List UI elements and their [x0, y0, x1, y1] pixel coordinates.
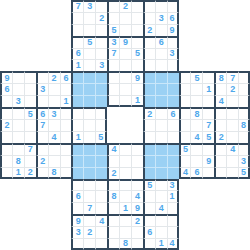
cell-r13c10[interactable] [119, 155, 131, 167]
cell-r14c9-given[interactable]: 2 [107, 167, 119, 179]
cell-r7c16[interactable] [190, 83, 202, 95]
cell-r5c13[interactable] [155, 59, 167, 71]
cell-r12c10[interactable] [119, 143, 131, 155]
cell-r8c8[interactable] [95, 95, 107, 107]
cell-r11c17-given[interactable]: 5 [202, 131, 214, 143]
cell-r6c15[interactable] [179, 71, 191, 83]
cell-r4c7[interactable] [83, 48, 95, 60]
cell-r9c5[interactable] [60, 107, 72, 119]
cell-r15c13[interactable] [155, 179, 167, 191]
cell-r11c0[interactable] [0, 131, 12, 143]
cell-r6c17[interactable] [202, 71, 214, 83]
cell-r2c7[interactable] [83, 24, 95, 36]
cell-r7c8[interactable] [95, 83, 107, 95]
cell-r15c9[interactable] [107, 179, 119, 191]
cell-r7c3-given[interactable]: 3 [36, 83, 48, 95]
page: 7322365295396675313926958763123114563268… [0, 0, 250, 250]
cell-r20c8[interactable] [95, 238, 107, 250]
cell-r9c12-given[interactable]: 2 [143, 107, 155, 119]
cell-r5c12[interactable] [143, 59, 155, 71]
cell-r11c16-given[interactable]: 4 [190, 131, 202, 143]
cell-r12c5[interactable] [60, 143, 72, 155]
cell-r16c13[interactable] [155, 190, 167, 202]
cell-r8c20[interactable] [238, 95, 250, 107]
cell-r11c7[interactable] [83, 131, 95, 143]
cell-r11c20[interactable] [238, 131, 250, 143]
cell-r17c13-given[interactable]: 4 [155, 202, 167, 214]
cell-r4c8[interactable] [95, 48, 107, 60]
cell-r8c18-given[interactable]: 4 [214, 95, 226, 107]
cell-r19c13[interactable] [155, 226, 167, 238]
cell-r7c15[interactable] [179, 83, 191, 95]
cell-r3c14[interactable] [167, 36, 179, 48]
cell-r8c1-given[interactable]: 3 [12, 95, 24, 107]
cell-r6c16-given[interactable]: 5 [190, 71, 202, 83]
cell-r1c13-given[interactable]: 3 [155, 12, 167, 24]
cell-r9c15[interactable] [179, 107, 191, 119]
cell-r15c8[interactable] [95, 179, 107, 191]
cell-r11c1[interactable] [12, 131, 24, 143]
cell-r9c1[interactable] [12, 107, 24, 119]
cell-r12c0[interactable] [0, 143, 12, 155]
cell-r18c13[interactable] [155, 214, 167, 226]
cell-r1c6[interactable] [71, 12, 83, 24]
cell-r20c12[interactable] [143, 238, 155, 250]
cell-r1c14-given[interactable]: 6 [167, 12, 179, 24]
cell-r18c9[interactable] [107, 214, 119, 226]
cell-r15c7[interactable] [83, 179, 95, 191]
cell-r7c13[interactable] [155, 83, 167, 95]
cell-r2c8[interactable] [95, 24, 107, 36]
cell-r20c9[interactable] [107, 238, 119, 250]
cell-r6c20[interactable] [238, 71, 250, 83]
cell-r8c19[interactable] [226, 95, 238, 107]
cell-r7c14[interactable] [167, 83, 179, 95]
cell-r12c14[interactable] [167, 143, 179, 155]
cell-r17c12[interactable] [143, 202, 155, 214]
cell-r0c13[interactable] [155, 0, 167, 12]
cell-r9c16-given[interactable]: 8 [190, 107, 202, 119]
cell-r14c16-given[interactable]: 6 [190, 167, 202, 179]
cell-r9c3-given[interactable]: 6 [36, 107, 48, 119]
cell-r3c13-given[interactable]: 6 [155, 36, 167, 48]
cell-r0c7-given[interactable]: 3 [83, 0, 95, 12]
cell-r20c11[interactable] [131, 238, 143, 250]
cell-r12c11[interactable] [131, 143, 143, 155]
cell-r14c12[interactable] [143, 167, 155, 179]
cell-r17c7-given[interactable]: 7 [83, 202, 95, 214]
cell-r11c14[interactable] [167, 131, 179, 143]
cell-r8c14[interactable] [167, 95, 179, 107]
cell-r8c7[interactable] [83, 95, 95, 107]
cell-r7c19-given[interactable]: 2 [226, 83, 238, 95]
cell-r14c10[interactable] [119, 167, 131, 179]
cell-r9c2-given[interactable]: 5 [24, 107, 36, 119]
cell-r13c4[interactable] [48, 155, 60, 167]
cell-r2c12-given[interactable]: 2 [143, 24, 155, 36]
cell-r13c2[interactable] [24, 155, 36, 167]
cell-r12c6[interactable] [71, 143, 83, 155]
cell-r7c12[interactable] [143, 83, 155, 95]
cell-r6c12[interactable] [143, 71, 155, 83]
cell-r0c10-given[interactable]: 2 [119, 0, 131, 12]
cell-r13c15[interactable] [179, 155, 191, 167]
cell-r16c12[interactable] [143, 190, 155, 202]
cell-r4c14-given[interactable]: 3 [167, 48, 179, 60]
cell-r11c2[interactable] [24, 131, 36, 143]
cell-r13c0[interactable] [0, 155, 12, 167]
cell-r11c13[interactable] [155, 131, 167, 143]
cell-r8c2[interactable] [24, 95, 36, 107]
cell-r14c11[interactable] [131, 167, 143, 179]
cell-r14c17[interactable] [202, 167, 214, 179]
cell-r1c10[interactable] [119, 12, 131, 24]
sudoku-board: 7322365295396675313926958763123114563268… [0, 0, 250, 250]
cell-r14c2-given[interactable]: 2 [24, 167, 36, 179]
cell-r10c2[interactable] [24, 119, 36, 131]
cell-r18c6-given[interactable]: 9 [71, 214, 83, 226]
cell-r20c7[interactable] [83, 238, 95, 250]
cell-r8c5-given[interactable]: 1 [60, 95, 72, 107]
cell-r4c11-given[interactable]: 5 [131, 48, 143, 60]
cell-r17c11-given[interactable]: 9 [131, 202, 143, 214]
cell-r7c18[interactable] [214, 83, 226, 95]
cell-r2c10[interactable] [119, 24, 131, 36]
cell-r1c9[interactable] [107, 12, 119, 24]
cell-r7c20[interactable] [238, 83, 250, 95]
cell-r13c17-given[interactable]: 9 [202, 155, 214, 167]
cell-r13c1-given[interactable]: 8 [12, 155, 24, 167]
cell-r5c6-given[interactable]: 1 [71, 59, 83, 71]
cell-r6c10[interactable] [119, 71, 131, 83]
cell-r15c10[interactable] [119, 179, 131, 191]
cell-r7c4[interactable] [48, 83, 60, 95]
cell-r20c10-given[interactable]: 8 [119, 238, 131, 250]
cell-r19c10[interactable] [119, 226, 131, 238]
cell-r12c13[interactable] [155, 143, 167, 155]
cell-r7c5[interactable] [60, 83, 72, 95]
cell-r0c11[interactable] [131, 0, 143, 12]
cell-r4c10[interactable] [119, 48, 131, 60]
cell-r7c0-given[interactable]: 6 [0, 83, 12, 95]
cell-r7c17-given[interactable]: 1 [202, 83, 214, 95]
cell-r19c6-given[interactable]: 3 [71, 226, 83, 238]
cell-r2c11[interactable] [131, 24, 143, 36]
cell-r19c12-given[interactable]: 6 [143, 226, 155, 238]
cell-r11c3[interactable] [36, 131, 48, 143]
cell-r14c14[interactable] [167, 167, 179, 179]
cell-r6c5-given[interactable]: 6 [60, 71, 72, 83]
cell-r18c12[interactable] [143, 214, 155, 226]
cell-r9c18[interactable] [214, 107, 226, 119]
cell-r14c15-given[interactable]: 4 [179, 167, 191, 179]
cell-r13c5[interactable] [60, 155, 72, 167]
cell-r10c14[interactable] [167, 119, 179, 131]
cell-r9c8[interactable] [95, 107, 107, 119]
cell-r17c9[interactable] [107, 202, 119, 214]
cell-r2c14-given[interactable]: 9 [167, 24, 179, 36]
cell-r20c14-given[interactable]: 4 [167, 238, 179, 250]
cell-r9c4-given[interactable]: 3 [48, 107, 60, 119]
cell-r16c9-given[interactable]: 8 [107, 190, 119, 202]
cell-r2c6[interactable] [71, 24, 83, 36]
cell-r14c13[interactable] [155, 167, 167, 179]
cell-r16c6-given[interactable]: 6 [71, 190, 83, 202]
cell-r18c14[interactable] [167, 214, 179, 226]
cell-r13c11[interactable] [131, 155, 143, 167]
cell-r14c18[interactable] [214, 167, 226, 179]
cell-r4c9-given[interactable]: 7 [107, 48, 119, 60]
cell-r12c2-given[interactable]: 7 [24, 143, 36, 155]
cell-r10c0-given[interactable]: 2 [0, 119, 12, 131]
cell-r13c12[interactable] [143, 155, 155, 167]
cell-r12c4[interactable] [48, 143, 60, 155]
cell-r10c12[interactable] [143, 119, 155, 131]
cell-r12c19-given[interactable]: 4 [226, 143, 238, 155]
cell-r10c16[interactable] [190, 119, 202, 131]
cell-r11c19[interactable] [226, 131, 238, 143]
cell-r10c8[interactable] [95, 119, 107, 131]
cell-r13c14[interactable] [167, 155, 179, 167]
cell-r19c7-given[interactable]: 2 [83, 226, 95, 238]
cell-r6c4-given[interactable]: 2 [48, 71, 60, 83]
cell-r16c8[interactable] [95, 190, 107, 202]
cell-r7c9[interactable] [107, 83, 119, 95]
cell-r7c6[interactable] [71, 83, 83, 95]
cell-r10c17-given[interactable]: 7 [202, 119, 214, 131]
cell-r0c12[interactable] [143, 0, 155, 12]
cell-r16c14-given[interactable]: 1 [167, 190, 179, 202]
cell-r4c13[interactable] [155, 48, 167, 60]
cell-r12c9-given[interactable]: 4 [107, 143, 119, 155]
cell-r5c14[interactable] [167, 59, 179, 71]
cell-r12c7[interactable] [83, 143, 95, 155]
cell-r18c11-given[interactable]: 2 [131, 214, 143, 226]
cell-r14c8[interactable] [95, 167, 107, 179]
cell-r5c11[interactable] [131, 59, 143, 71]
cell-r12c15-given[interactable]: 5 [179, 143, 191, 155]
cell-r0c6-given[interactable]: 7 [71, 0, 83, 12]
cell-r1c8-given[interactable]: 2 [95, 12, 107, 24]
cell-r19c14[interactable] [167, 226, 179, 238]
cell-r3c9-given[interactable]: 3 [107, 36, 119, 48]
cell-r7c11[interactable] [131, 83, 143, 95]
cell-r14c5[interactable] [60, 167, 72, 179]
cell-r10c7[interactable] [83, 119, 95, 131]
cell-r17c10-given[interactable]: 1 [119, 202, 131, 214]
cell-r16c10[interactable] [119, 190, 131, 202]
cell-r19c11[interactable] [131, 226, 143, 238]
cell-r12c20[interactable] [238, 143, 250, 155]
cell-r8c9[interactable] [107, 95, 119, 107]
cell-r10c6[interactable] [71, 119, 83, 131]
cell-r6c9[interactable] [107, 71, 119, 83]
cell-r19c8[interactable] [95, 226, 107, 238]
cell-r12c16[interactable] [190, 143, 202, 155]
cell-r0c8[interactable] [95, 0, 107, 12]
cell-r15c12-given[interactable]: 5 [143, 179, 155, 191]
cell-r14c7[interactable] [83, 167, 95, 179]
cell-r17c6[interactable] [71, 202, 83, 214]
cell-r9c0[interactable] [0, 107, 12, 119]
cell-r2c13[interactable] [155, 24, 167, 36]
cell-r6c18-given[interactable]: 8 [214, 71, 226, 83]
cell-r18c10[interactable] [119, 214, 131, 226]
cell-r6c8[interactable] [95, 71, 107, 83]
cell-r13c3-given[interactable]: 2 [36, 155, 48, 167]
cell-r8c3[interactable] [36, 95, 48, 107]
cell-r20c6[interactable] [71, 238, 83, 250]
cell-r6c19-given[interactable]: 7 [226, 71, 238, 83]
cell-r5c10[interactable] [119, 59, 131, 71]
cell-r7c7[interactable] [83, 83, 95, 95]
cell-r18c7[interactable] [83, 214, 95, 226]
cell-r7c2[interactable] [24, 83, 36, 95]
cell-r14c4-given[interactable]: 8 [48, 167, 60, 179]
cell-r6c7[interactable] [83, 71, 95, 83]
cell-r8c17[interactable] [202, 95, 214, 107]
cell-r6c3[interactable] [36, 71, 48, 83]
cell-r13c16[interactable] [190, 155, 202, 167]
cell-r8c15[interactable] [179, 95, 191, 107]
cell-r3c6[interactable] [71, 36, 83, 48]
cell-r8c6[interactable] [71, 95, 83, 107]
cell-r20c13-given[interactable]: 1 [155, 238, 167, 250]
cell-r8c4[interactable] [48, 95, 60, 107]
cell-r11c18-given[interactable]: 2 [214, 131, 226, 143]
cell-r14c6[interactable] [71, 167, 83, 179]
cell-r6c13[interactable] [155, 71, 167, 83]
cell-r3c10-given[interactable]: 9 [119, 36, 131, 48]
cell-r10c15[interactable] [179, 119, 191, 131]
cell-r8c11-given[interactable]: 1 [131, 95, 143, 107]
cell-r9c14-given[interactable]: 6 [167, 107, 179, 119]
cell-r15c6[interactable] [71, 179, 83, 191]
cell-r10c19[interactable] [226, 119, 238, 131]
cell-r1c7[interactable] [83, 12, 95, 24]
cell-r10c20-given[interactable]: 8 [238, 119, 250, 131]
cell-r6c2[interactable] [24, 71, 36, 83]
cell-r9c13[interactable] [155, 107, 167, 119]
cell-r13c7[interactable] [83, 155, 95, 167]
cell-r12c17[interactable] [202, 143, 214, 155]
cell-r13c8[interactable] [95, 155, 107, 167]
cell-r9c7[interactable] [83, 107, 95, 119]
cell-r17c14[interactable] [167, 202, 179, 214]
cell-r7c1[interactable] [12, 83, 24, 95]
cell-r16c11-given[interactable]: 4 [131, 190, 143, 202]
cell-r16c7[interactable] [83, 190, 95, 202]
cell-r5c7[interactable] [83, 59, 95, 71]
cell-r7c10[interactable] [119, 83, 131, 95]
cell-r14c19[interactable] [226, 167, 238, 179]
cell-r19c9[interactable] [107, 226, 119, 238]
cell-r11c4-given[interactable]: 4 [48, 131, 60, 143]
cell-r3c7-given[interactable]: 5 [83, 36, 95, 48]
cell-r6c1[interactable] [12, 71, 24, 83]
cell-r11c15[interactable] [179, 131, 191, 143]
cell-r5c9[interactable] [107, 59, 119, 71]
cell-r10c4[interactable] [48, 119, 60, 131]
cell-r13c13[interactable] [155, 155, 167, 167]
cell-r13c19[interactable] [226, 155, 238, 167]
cell-r8c16[interactable] [190, 95, 202, 107]
cell-r6c0-given[interactable]: 9 [0, 71, 12, 83]
cell-r3c12[interactable] [143, 36, 155, 48]
cell-r8c12[interactable] [143, 95, 155, 107]
cell-r8c13[interactable] [155, 95, 167, 107]
cell-r11c6-given[interactable]: 1 [71, 131, 83, 143]
cell-r18c8-given[interactable]: 4 [95, 214, 107, 226]
cell-r11c5[interactable] [60, 131, 72, 143]
cell-r14c3[interactable] [36, 167, 48, 179]
cell-r3c8[interactable] [95, 36, 107, 48]
cell-r10c1[interactable] [12, 119, 24, 131]
cell-r15c11[interactable] [131, 179, 143, 191]
cell-r14c0[interactable] [0, 167, 12, 179]
cell-r0c14[interactable] [167, 0, 179, 12]
cell-r9c19[interactable] [226, 107, 238, 119]
cell-r6c14[interactable] [167, 71, 179, 83]
cell-r8c10[interactable] [119, 95, 131, 107]
cell-r4c12[interactable] [143, 48, 155, 60]
cell-r13c18[interactable] [214, 155, 226, 167]
cell-r9c17[interactable] [202, 107, 214, 119]
cell-r2c9-given[interactable]: 5 [107, 24, 119, 36]
cell-r4c6-given[interactable]: 6 [71, 48, 83, 60]
cell-r12c3[interactable] [36, 143, 48, 155]
cell-r17c8[interactable] [95, 202, 107, 214]
cell-r10c13[interactable] [155, 119, 167, 131]
cell-r6c6[interactable] [71, 71, 83, 83]
cell-r14c1-given[interactable]: 1 [12, 167, 24, 179]
cell-r13c20-given[interactable]: 3 [238, 155, 250, 167]
cell-r10c3-given[interactable]: 7 [36, 119, 48, 131]
cell-r15c14-given[interactable]: 3 [167, 179, 179, 191]
cell-r9c6[interactable] [71, 107, 83, 119]
cell-r11c12[interactable] [143, 131, 155, 143]
cell-r12c1[interactable] [12, 143, 24, 155]
cell-r12c18[interactable] [214, 143, 226, 155]
cell-r13c6[interactable] [71, 155, 83, 167]
cell-r12c12[interactable] [143, 143, 155, 155]
cell-r10c18[interactable] [214, 119, 226, 131]
cell-r9c20[interactable] [238, 107, 250, 119]
cell-r1c11[interactable] [131, 12, 143, 24]
cell-r8c0[interactable] [0, 95, 12, 107]
cell-r14c20-given[interactable]: 5 [238, 167, 250, 179]
cell-r11c8-given[interactable]: 5 [95, 131, 107, 143]
cell-r5c8-given[interactable]: 3 [95, 59, 107, 71]
cell-r0c9[interactable] [107, 0, 119, 12]
cell-r10c5[interactable] [60, 119, 72, 131]
cell-r12c8[interactable] [95, 143, 107, 155]
cell-r13c9[interactable] [107, 155, 119, 167]
cell-r1c12[interactable] [143, 12, 155, 24]
cell-r6c11-given[interactable]: 9 [131, 71, 143, 83]
cell-r3c11[interactable] [131, 36, 143, 48]
